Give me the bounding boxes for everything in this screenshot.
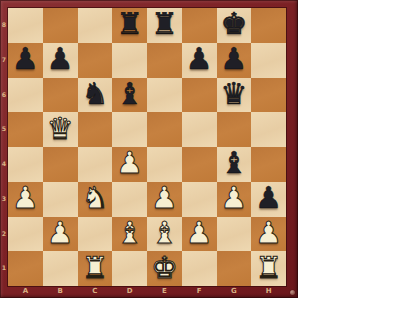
square-a5[interactable] [8, 112, 43, 147]
square-h4[interactable] [251, 147, 286, 182]
file-label-c: C [78, 286, 113, 298]
rank-labels: 87654321 [0, 8, 8, 286]
square-e6[interactable] [147, 78, 182, 113]
white-pawn-icon[interactable]: ♟ [47, 218, 74, 248]
square-h2[interactable]: ♟ [251, 217, 286, 252]
square-g3[interactable]: ♟ [217, 182, 252, 217]
square-e7[interactable] [147, 43, 182, 78]
square-a7[interactable]: ♟ [8, 43, 43, 78]
square-b8[interactable] [43, 8, 78, 43]
rank-label-4: 4 [0, 149, 7, 180]
square-a8[interactable] [8, 8, 43, 43]
white-rook-icon[interactable]: ♜ [81, 253, 108, 283]
square-f7[interactable]: ♟ [182, 43, 217, 78]
square-f1[interactable] [182, 251, 217, 286]
square-e5[interactable] [147, 112, 182, 147]
square-h3[interactable]: ♟ [251, 182, 286, 217]
square-c2[interactable] [78, 217, 113, 252]
file-label-e: E [147, 286, 182, 298]
square-d4[interactable]: ♟ [112, 147, 147, 182]
black-king-icon[interactable]: ♚ [220, 9, 247, 39]
black-pawn-icon[interactable]: ♟ [47, 44, 74, 74]
file-label-b: B [43, 286, 78, 298]
square-b2[interactable]: ♟ [43, 217, 78, 252]
rank-label-8: 8 [0, 10, 7, 41]
file-labels: ABCDEFGH [8, 286, 286, 298]
white-rook-icon[interactable]: ♜ [255, 253, 282, 283]
white-pawn-icon[interactable]: ♟ [255, 218, 282, 248]
square-e1[interactable]: ♚ [147, 251, 182, 286]
square-b5[interactable]: ♛ [43, 112, 78, 147]
square-a4[interactable] [8, 147, 43, 182]
square-d1[interactable] [112, 251, 147, 286]
white-pawn-icon[interactable]: ♟ [151, 183, 178, 213]
white-bishop-icon[interactable]: ♝ [151, 218, 178, 248]
black-queen-icon[interactable]: ♛ [220, 79, 247, 109]
chess-board[interactable]: ♜♜♚♟♟♟♟♞♝♛♛♟♝♟♞♟♟♟♟♝♝♟♟♜♚♜ [8, 8, 286, 286]
black-pawn-icon[interactable]: ♟ [186, 44, 213, 74]
square-b4[interactable] [43, 147, 78, 182]
square-b1[interactable] [43, 251, 78, 286]
square-d8[interactable]: ♜ [112, 8, 147, 43]
square-d2[interactable]: ♝ [112, 217, 147, 252]
square-c4[interactable] [78, 147, 113, 182]
square-a2[interactable] [8, 217, 43, 252]
chess-board-frame: 87654321 ♜♜♚♟♟♟♟♞♝♛♛♟♝♟♞♟♟♟♟♝♝♟♟♜♚♜ ABCD… [0, 0, 298, 298]
square-h8[interactable] [251, 8, 286, 43]
white-pawn-icon[interactable]: ♟ [12, 183, 39, 213]
square-g4[interactable]: ♝ [217, 147, 252, 182]
square-b6[interactable] [43, 78, 78, 113]
square-c7[interactable] [78, 43, 113, 78]
square-e2[interactable]: ♝ [147, 217, 182, 252]
square-a6[interactable] [8, 78, 43, 113]
square-h7[interactable] [251, 43, 286, 78]
black-knight-icon[interactable]: ♞ [81, 79, 108, 109]
square-d3[interactable] [112, 182, 147, 217]
square-e8[interactable]: ♜ [147, 8, 182, 43]
square-a1[interactable] [8, 251, 43, 286]
black-rook-icon[interactable]: ♜ [151, 9, 178, 39]
white-king-icon[interactable]: ♚ [151, 253, 178, 283]
square-c8[interactable] [78, 8, 113, 43]
square-f2[interactable]: ♟ [182, 217, 217, 252]
rank-label-3: 3 [0, 183, 7, 214]
square-e3[interactable]: ♟ [147, 182, 182, 217]
square-f5[interactable] [182, 112, 217, 147]
square-g5[interactable] [217, 112, 252, 147]
square-c6[interactable]: ♞ [78, 78, 113, 113]
square-h6[interactable] [251, 78, 286, 113]
black-pawn-icon[interactable]: ♟ [12, 44, 39, 74]
black-bishop-icon[interactable]: ♝ [116, 79, 143, 109]
square-g8[interactable]: ♚ [217, 8, 252, 43]
square-e4[interactable] [147, 147, 182, 182]
rank-label-1: 1 [0, 253, 7, 284]
square-h5[interactable] [251, 112, 286, 147]
square-g6[interactable]: ♛ [217, 78, 252, 113]
white-queen-icon[interactable]: ♛ [47, 114, 74, 144]
square-a3[interactable]: ♟ [8, 182, 43, 217]
white-pawn-icon[interactable]: ♟ [220, 183, 247, 213]
rank-label-6: 6 [0, 79, 7, 110]
square-c5[interactable] [78, 112, 113, 147]
screw-icon [290, 290, 295, 295]
black-pawn-icon[interactable]: ♟ [255, 183, 282, 213]
white-bishop-icon[interactable]: ♝ [116, 218, 143, 248]
white-knight-icon[interactable]: ♞ [81, 183, 108, 213]
square-g7[interactable]: ♟ [217, 43, 252, 78]
white-pawn-icon[interactable]: ♟ [186, 218, 213, 248]
file-label-h: H [251, 286, 286, 298]
square-d5[interactable] [112, 112, 147, 147]
square-f6[interactable] [182, 78, 217, 113]
black-pawn-icon[interactable]: ♟ [220, 44, 247, 74]
rank-label-7: 7 [0, 44, 7, 75]
square-g2[interactable] [217, 217, 252, 252]
black-bishop-icon[interactable]: ♝ [220, 148, 247, 178]
file-label-f: F [182, 286, 217, 298]
file-label-d: D [112, 286, 147, 298]
rank-label-5: 5 [0, 114, 7, 145]
square-b3[interactable] [43, 182, 78, 217]
file-label-g: G [217, 286, 252, 298]
square-h1[interactable]: ♜ [251, 251, 286, 286]
file-label-a: A [8, 286, 43, 298]
square-d6[interactable]: ♝ [112, 78, 147, 113]
square-c1[interactable]: ♜ [78, 251, 113, 286]
square-g1[interactable] [217, 251, 252, 286]
white-pawn-icon[interactable]: ♟ [116, 148, 143, 178]
square-f4[interactable] [182, 147, 217, 182]
rank-label-2: 2 [0, 218, 7, 249]
square-d7[interactable] [112, 43, 147, 78]
black-rook-icon[interactable]: ♜ [116, 9, 143, 39]
square-c3[interactable]: ♞ [78, 182, 113, 217]
square-b7[interactable]: ♟ [43, 43, 78, 78]
square-f3[interactable] [182, 182, 217, 217]
square-f8[interactable] [182, 8, 217, 43]
